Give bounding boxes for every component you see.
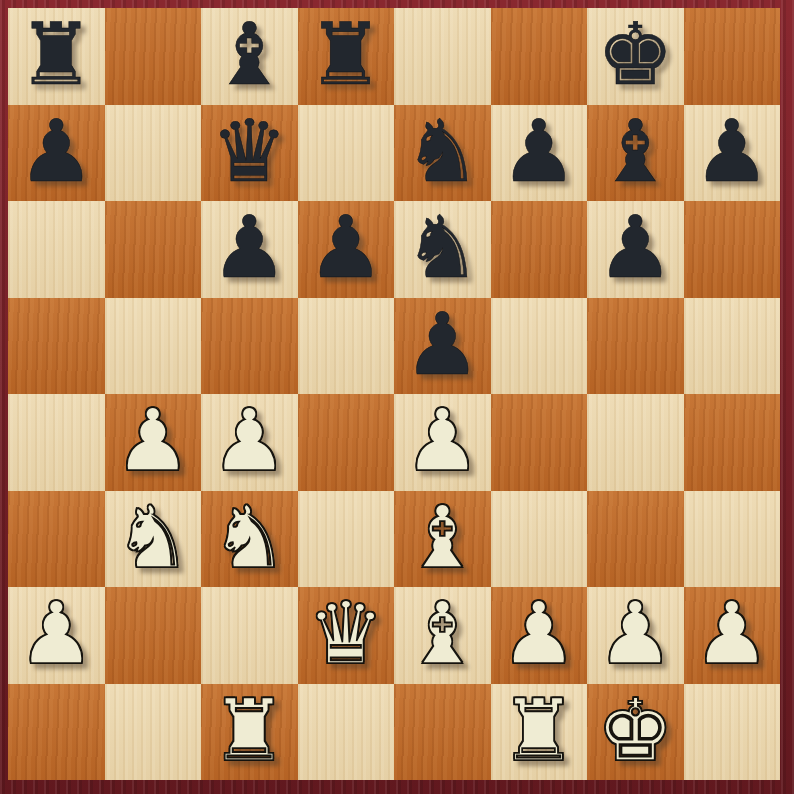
square-f3[interactable] xyxy=(491,491,588,588)
square-e7[interactable]: ♞ xyxy=(394,105,491,202)
square-c8[interactable]: ♝ xyxy=(201,8,298,105)
square-a6[interactable] xyxy=(8,201,105,298)
square-f5[interactable] xyxy=(491,298,588,395)
square-b3[interactable]: ♞ xyxy=(105,491,202,588)
white-pawn: ♟ xyxy=(404,397,481,483)
square-a4[interactable] xyxy=(8,394,105,491)
square-b8[interactable] xyxy=(105,8,202,105)
white-pawn: ♟ xyxy=(211,397,288,483)
square-e5[interactable]: ♟ xyxy=(394,298,491,395)
square-c6[interactable]: ♟ xyxy=(201,201,298,298)
black-knight: ♞ xyxy=(404,204,481,290)
black-king: ♚ xyxy=(597,11,674,97)
square-h1[interactable] xyxy=(684,684,781,781)
square-c5[interactable] xyxy=(201,298,298,395)
square-g7[interactable]: ♝ xyxy=(587,105,684,202)
white-rook: ♜ xyxy=(211,687,288,773)
square-d2[interactable]: ♛ xyxy=(298,587,395,684)
square-f4[interactable] xyxy=(491,394,588,491)
square-b5[interactable] xyxy=(105,298,202,395)
square-d3[interactable] xyxy=(298,491,395,588)
square-e2[interactable]: ♝ xyxy=(394,587,491,684)
white-pawn: ♟ xyxy=(693,590,770,676)
white-pawn: ♟ xyxy=(18,590,95,676)
square-c2[interactable] xyxy=(201,587,298,684)
square-b4[interactable]: ♟ xyxy=(105,394,202,491)
square-c3[interactable]: ♞ xyxy=(201,491,298,588)
black-knight: ♞ xyxy=(404,108,481,194)
square-c7[interactable]: ♛ xyxy=(201,105,298,202)
black-pawn: ♟ xyxy=(211,204,288,290)
square-f8[interactable] xyxy=(491,8,588,105)
square-h3[interactable] xyxy=(684,491,781,588)
black-pawn: ♟ xyxy=(693,108,770,194)
black-rook: ♜ xyxy=(18,11,95,97)
square-a1[interactable] xyxy=(8,684,105,781)
square-h7[interactable]: ♟ xyxy=(684,105,781,202)
black-pawn: ♟ xyxy=(404,301,481,387)
black-pawn: ♟ xyxy=(18,108,95,194)
square-e3[interactable]: ♝ xyxy=(394,491,491,588)
square-f6[interactable] xyxy=(491,201,588,298)
square-g2[interactable]: ♟ xyxy=(587,587,684,684)
square-a8[interactable]: ♜ xyxy=(8,8,105,105)
square-h5[interactable] xyxy=(684,298,781,395)
square-d8[interactable]: ♜ xyxy=(298,8,395,105)
square-g6[interactable]: ♟ xyxy=(587,201,684,298)
black-rook: ♜ xyxy=(307,11,384,97)
square-d1[interactable] xyxy=(298,684,395,781)
black-queen: ♛ xyxy=(211,108,288,194)
square-f1[interactable]: ♜ xyxy=(491,684,588,781)
square-a2[interactable]: ♟ xyxy=(8,587,105,684)
chess-board: ♜♝♜♚♟♛♞♟♝♟♟♟♞♟♟♟♟♟♞♞♝♟♛♝♟♟♟♜♜♚ xyxy=(8,8,780,780)
square-f7[interactable]: ♟ xyxy=(491,105,588,202)
square-f2[interactable]: ♟ xyxy=(491,587,588,684)
square-b1[interactable] xyxy=(105,684,202,781)
white-rook: ♜ xyxy=(500,687,577,773)
black-bishop: ♝ xyxy=(597,108,674,194)
square-d6[interactable]: ♟ xyxy=(298,201,395,298)
square-g3[interactable] xyxy=(587,491,684,588)
black-pawn: ♟ xyxy=(500,108,577,194)
square-e1[interactable] xyxy=(394,684,491,781)
square-e8[interactable] xyxy=(394,8,491,105)
square-b7[interactable] xyxy=(105,105,202,202)
black-pawn: ♟ xyxy=(307,204,384,290)
square-g5[interactable] xyxy=(587,298,684,395)
square-d7[interactable] xyxy=(298,105,395,202)
square-a7[interactable]: ♟ xyxy=(8,105,105,202)
white-king: ♚ xyxy=(597,687,674,773)
square-g8[interactable]: ♚ xyxy=(587,8,684,105)
square-b2[interactable] xyxy=(105,587,202,684)
square-d5[interactable] xyxy=(298,298,395,395)
square-h8[interactable] xyxy=(684,8,781,105)
chess-board-frame: ♜♝♜♚♟♛♞♟♝♟♟♟♞♟♟♟♟♟♞♞♝♟♛♝♟♟♟♜♜♚ xyxy=(0,0,794,794)
white-knight: ♞ xyxy=(211,494,288,580)
white-bishop: ♝ xyxy=(404,590,481,676)
square-d4[interactable] xyxy=(298,394,395,491)
square-e4[interactable]: ♟ xyxy=(394,394,491,491)
white-pawn: ♟ xyxy=(597,590,674,676)
white-knight: ♞ xyxy=(114,494,191,580)
square-g4[interactable] xyxy=(587,394,684,491)
square-h2[interactable]: ♟ xyxy=(684,587,781,684)
white-queen: ♛ xyxy=(307,590,384,676)
square-a5[interactable] xyxy=(8,298,105,395)
black-pawn: ♟ xyxy=(597,204,674,290)
square-h6[interactable] xyxy=(684,201,781,298)
square-b6[interactable] xyxy=(105,201,202,298)
square-c4[interactable]: ♟ xyxy=(201,394,298,491)
square-g1[interactable]: ♚ xyxy=(587,684,684,781)
square-a3[interactable] xyxy=(8,491,105,588)
square-e6[interactable]: ♞ xyxy=(394,201,491,298)
white-bishop: ♝ xyxy=(404,494,481,580)
black-bishop: ♝ xyxy=(211,11,288,97)
white-pawn: ♟ xyxy=(500,590,577,676)
white-pawn: ♟ xyxy=(114,397,191,483)
square-h4[interactable] xyxy=(684,394,781,491)
square-c1[interactable]: ♜ xyxy=(201,684,298,781)
